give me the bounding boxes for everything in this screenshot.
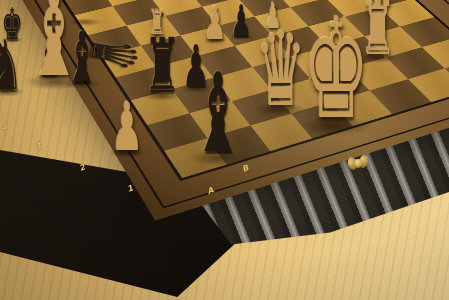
coordinate-label-4: 4 xyxy=(1,122,8,133)
piece-shadow xyxy=(0,87,25,97)
brass-latch-icon xyxy=(348,155,368,171)
chessboard-photo: ♝♞♟♝♚♛♜♜♟♟♟♟♛♚♜♝♟ 1234AB xyxy=(0,0,449,300)
coordinate-label-3: 3 xyxy=(35,141,42,152)
black-king: ♚ xyxy=(1,4,22,43)
black-knight: ♞ xyxy=(0,34,23,96)
piece-shadow xyxy=(36,74,62,81)
piece-shadow xyxy=(0,37,24,43)
latch-pin xyxy=(355,159,361,168)
